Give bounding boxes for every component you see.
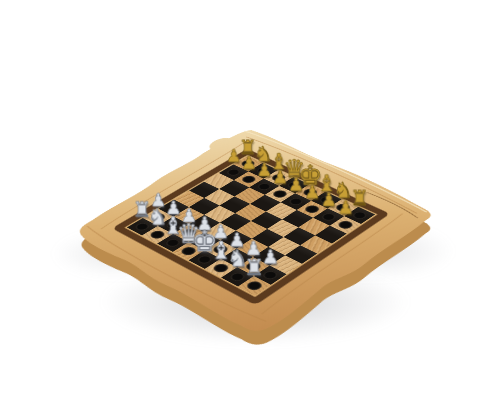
product-photo-scene: ♜♞♝♛♚♝♞♜♟♟♟♟♟♟♟♟♟♟♟♟♟♟♟♟♜♞♝♛♚♝♞♜ bbox=[0, 0, 500, 400]
chess-board: ♜♞♝♛♚♝♞♜♟♟♟♟♟♟♟♟♟♟♟♟♟♟♟♟♜♞♝♛♚♝♞♜ bbox=[53, 121, 448, 345]
white-rook-h1[interactable]: ♜ bbox=[238, 247, 270, 285]
black-pawn-h7[interactable]: ♟ bbox=[330, 189, 360, 225]
